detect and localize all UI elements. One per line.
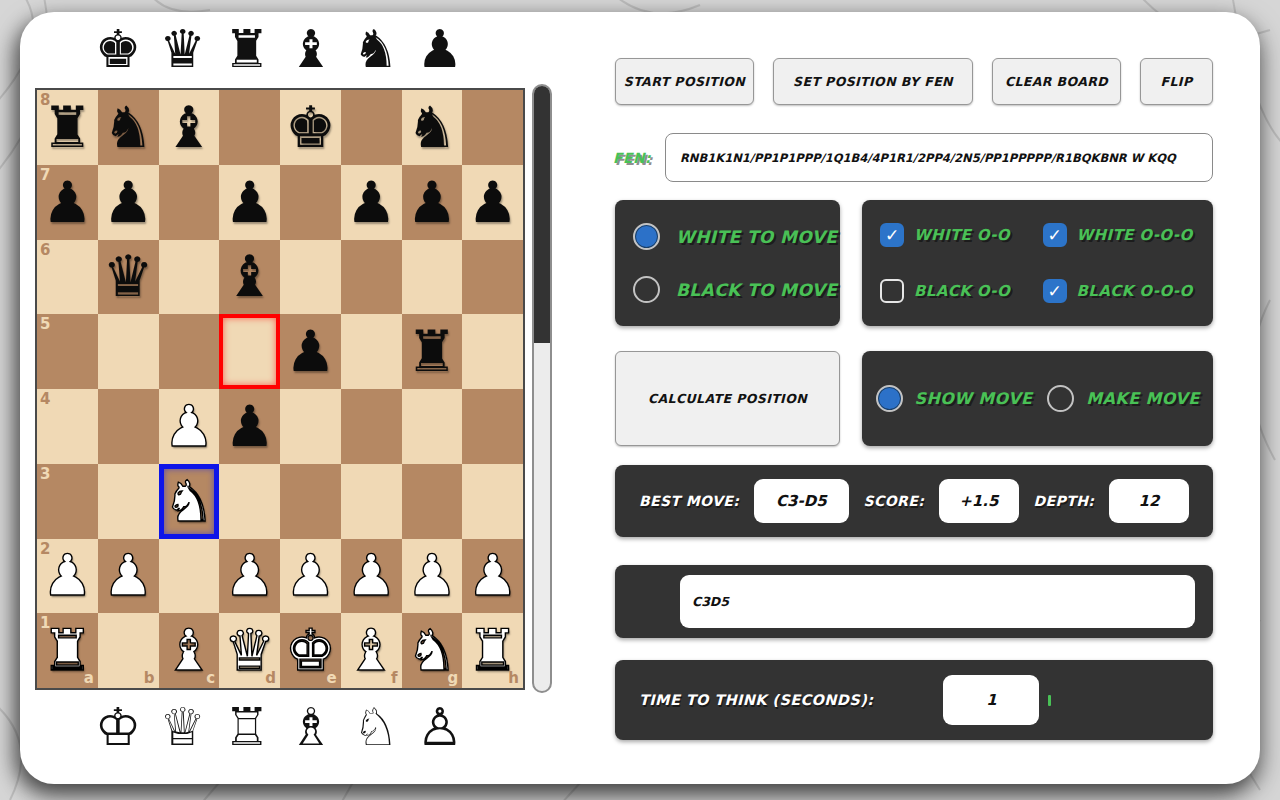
- side-to-move-panel: WHITE TO MOVE BLACK TO MOVE: [615, 200, 840, 326]
- rank-label-3: 3: [40, 465, 50, 483]
- white-king-palette[interactable]: ♔: [95, 697, 142, 757]
- square-b8[interactable]: ♞: [98, 90, 159, 165]
- square-c3[interactable]: ♞: [159, 464, 220, 539]
- file-label-d: d: [265, 669, 276, 687]
- white-pawn[interactable]: ♟︎: [341, 539, 402, 614]
- file-label-f: f: [391, 669, 398, 687]
- square-c5[interactable]: [159, 314, 220, 389]
- file-label-b: b: [144, 669, 155, 687]
- rank-label-5: 5: [40, 315, 50, 333]
- app-card: ♚♛♜♝♞♟︎ 8♜♞♝♚♞7♟︎♟︎♟︎♟︎♟︎♟︎6♛♝5♟︎♜4♟︎♟︎3…: [20, 12, 1260, 784]
- square-b6[interactable]: ♛: [98, 240, 159, 315]
- square-f1[interactable]: f♝: [341, 613, 402, 688]
- start-position-button[interactable]: START POSITION: [615, 58, 754, 105]
- square-e1[interactable]: e♚: [280, 613, 341, 688]
- black-pawn-palette[interactable]: ♟︎: [416, 19, 463, 79]
- square-h8[interactable]: [462, 90, 523, 165]
- time-panel: TIME TO THINK (SECONDS):: [615, 660, 1213, 740]
- white-pawn[interactable]: ♟︎: [98, 539, 159, 614]
- square-e2[interactable]: ♟︎: [280, 539, 341, 614]
- square-d6[interactable]: ♝: [219, 240, 280, 315]
- black-bishop[interactable]: ♝: [219, 240, 280, 315]
- white-pawn-palette[interactable]: ♙: [416, 697, 463, 757]
- fen-row: FEN:: [613, 133, 1213, 182]
- white-kingside-castle-option[interactable]: ✓ WHITE O-O: [880, 223, 1043, 247]
- square-c6[interactable]: [159, 240, 220, 315]
- square-e5[interactable]: ♟︎: [280, 314, 341, 389]
- black-pawn[interactable]: ♟︎: [402, 165, 463, 240]
- square-b2[interactable]: ♟︎: [98, 539, 159, 614]
- square-c1[interactable]: c♝: [159, 613, 220, 688]
- best-move-label: BEST MOVE:: [639, 493, 739, 509]
- check-icon: ✓: [1047, 283, 1061, 300]
- set-position-by-fen-button[interactable]: SET POSITION BY FEN: [773, 58, 973, 105]
- black-kingside-castle-label: BLACK O-O: [914, 282, 1010, 300]
- square-c8[interactable]: ♝: [159, 90, 220, 165]
- black-pawn[interactable]: ♟︎: [462, 165, 523, 240]
- square-a7[interactable]: 7♟︎: [37, 165, 98, 240]
- white-pawn[interactable]: ♟︎: [402, 539, 463, 614]
- green-tick-mark: [1048, 695, 1051, 706]
- black-rook[interactable]: ♜: [402, 314, 463, 389]
- black-bishop-palette[interactable]: ♝: [288, 19, 335, 79]
- black-piece-palette: ♚♛♜♝♞♟︎: [86, 18, 472, 80]
- square-a3[interactable]: 3: [37, 464, 98, 539]
- square-d5[interactable]: [219, 314, 280, 389]
- show-move-label: SHOW MOVE: [915, 389, 1033, 408]
- make-move-radio[interactable]: [1047, 385, 1074, 412]
- square-h3[interactable]: [462, 464, 523, 539]
- fen-label: FEN:: [613, 150, 665, 166]
- white-kingside-castle-checkbox[interactable]: ✓: [880, 223, 904, 247]
- white-kingside-castle-label: WHITE O-O: [914, 226, 1010, 244]
- white-queenside-castle-label: WHITE O-O-O: [1077, 226, 1193, 244]
- square-e7[interactable]: [280, 165, 341, 240]
- square-b4[interactable]: [98, 389, 159, 464]
- square-h4[interactable]: [462, 389, 523, 464]
- rank-label-8: 8: [40, 91, 50, 109]
- file-label-g: g: [448, 669, 459, 687]
- square-a5[interactable]: 5: [37, 314, 98, 389]
- clear-board-button[interactable]: CLEAR BOARD: [992, 58, 1121, 105]
- square-f4[interactable]: [341, 389, 402, 464]
- black-pawn[interactable]: ♟︎: [219, 389, 280, 464]
- black-queenside-castle-option[interactable]: ✓ BLACK O-O-O: [1043, 279, 1206, 303]
- show-move-option[interactable]: SHOW MOVE: [876, 385, 1033, 412]
- square-e4[interactable]: [280, 389, 341, 464]
- square-g8[interactable]: ♞: [402, 90, 463, 165]
- flip-button[interactable]: FLIP: [1140, 58, 1213, 105]
- white-bishop-palette[interactable]: ♗: [288, 697, 335, 757]
- toolbar: START POSITION SET POSITION BY FEN CLEAR…: [615, 58, 1213, 105]
- black-king-palette[interactable]: ♚: [95, 19, 142, 79]
- square-f8[interactable]: [341, 90, 402, 165]
- square-a1[interactable]: 1a♜: [37, 613, 98, 688]
- black-pawn[interactable]: ♟︎: [280, 314, 341, 389]
- best-move-value: C3-D5: [754, 479, 849, 523]
- move-mode-panel: SHOW MOVE MAKE MOVE: [862, 351, 1213, 446]
- rank-label-6: 6: [40, 241, 50, 259]
- check-icon: ✓: [1047, 227, 1061, 244]
- square-b7[interactable]: ♟︎: [98, 165, 159, 240]
- white-pawn[interactable]: ♟︎: [462, 539, 523, 614]
- square-d7[interactable]: ♟︎: [219, 165, 280, 240]
- move-output-panel: [615, 565, 1213, 638]
- black-knight[interactable]: ♞: [402, 90, 463, 165]
- rank-label-4: 4: [40, 390, 50, 408]
- black-rook-palette[interactable]: ♜: [224, 19, 271, 79]
- black-knight-palette[interactable]: ♞: [352, 19, 399, 79]
- square-c7[interactable]: [159, 165, 220, 240]
- black-to-move-radio[interactable]: [633, 276, 660, 303]
- square-f5[interactable]: [341, 314, 402, 389]
- black-pawn[interactable]: ♟︎: [98, 165, 159, 240]
- black-king[interactable]: ♚: [280, 90, 341, 165]
- fen-input[interactable]: [665, 133, 1213, 182]
- square-b3[interactable]: [98, 464, 159, 539]
- square-e6[interactable]: [280, 240, 341, 315]
- square-h7[interactable]: ♟︎: [462, 165, 523, 240]
- score-label: SCORE:: [864, 493, 925, 509]
- white-pawn[interactable]: ♟︎: [159, 389, 220, 464]
- square-g4[interactable]: [402, 389, 463, 464]
- black-pawn[interactable]: ♟︎: [341, 165, 402, 240]
- file-label-e: e: [327, 669, 337, 687]
- black-queenside-castle-checkbox[interactable]: ✓: [1043, 279, 1067, 303]
- move-output-input[interactable]: [680, 575, 1195, 628]
- black-queen-palette[interactable]: ♛: [159, 19, 206, 79]
- square-g3[interactable]: [402, 464, 463, 539]
- black-queenside-castle-label: BLACK O-O-O: [1077, 282, 1193, 300]
- square-f6[interactable]: [341, 240, 402, 315]
- square-h1[interactable]: h♜: [462, 613, 523, 688]
- square-c2[interactable]: [159, 539, 220, 614]
- file-label-a: a: [84, 669, 94, 687]
- black-kingside-castle-checkbox[interactable]: ✓: [880, 279, 904, 303]
- white-to-move-option[interactable]: WHITE TO MOVE: [633, 223, 840, 250]
- castling-panel: ✓ WHITE O-O ✓ WHITE O-O-O ✓ BLACK O-O ✓ …: [862, 200, 1213, 326]
- rank-label-7: 7: [40, 166, 50, 184]
- square-g6[interactable]: [402, 240, 463, 315]
- check-icon: ✓: [885, 227, 899, 244]
- black-bishop[interactable]: ♝: [159, 90, 220, 165]
- square-a2[interactable]: 2♟︎: [37, 539, 98, 614]
- square-g5[interactable]: ♜: [402, 314, 463, 389]
- white-knight[interactable]: ♞: [159, 464, 220, 539]
- square-d4[interactable]: ♟︎: [219, 389, 280, 464]
- square-f2[interactable]: ♟︎: [341, 539, 402, 614]
- white-knight-palette[interactable]: ♘: [352, 697, 399, 757]
- rank-label-2: 2: [40, 540, 50, 558]
- white-queenside-castle-checkbox[interactable]: ✓: [1043, 223, 1067, 247]
- square-h2[interactable]: ♟︎: [462, 539, 523, 614]
- chess-board[interactable]: 8♜♞♝♚♞7♟︎♟︎♟︎♟︎♟︎♟︎6♛♝5♟︎♜4♟︎♟︎3♞2♟︎♟︎♟︎…: [35, 88, 525, 690]
- depth-value: 12: [1109, 479, 1189, 523]
- square-h5[interactable]: [462, 314, 523, 389]
- square-g2[interactable]: ♟︎: [402, 539, 463, 614]
- rank-label-1: 1: [40, 614, 50, 632]
- square-d8[interactable]: [219, 90, 280, 165]
- square-e3[interactable]: [280, 464, 341, 539]
- black-queen[interactable]: ♛: [98, 240, 159, 315]
- square-f7[interactable]: ♟︎: [341, 165, 402, 240]
- square-b1[interactable]: b: [98, 613, 159, 688]
- black-kingside-castle-option[interactable]: ✓ BLACK O-O: [880, 279, 1043, 303]
- square-a8[interactable]: 8♜: [37, 90, 98, 165]
- square-d1[interactable]: d♛: [219, 613, 280, 688]
- black-to-move-label: BLACK TO MOVE: [676, 280, 837, 300]
- white-to-move-label: WHITE TO MOVE: [676, 227, 837, 247]
- square-g1[interactable]: g♞: [402, 613, 463, 688]
- square-h6[interactable]: [462, 240, 523, 315]
- depth-label: DEPTH:: [1034, 493, 1095, 509]
- black-to-move-option[interactable]: BLACK TO MOVE: [633, 276, 840, 303]
- file-label-c: c: [206, 669, 215, 687]
- white-piece-palette: ♔♕♖♗♘♙: [86, 696, 472, 758]
- analysis-panel: BEST MOVE: C3-D5 SCORE: +1.5 DEPTH: 12: [615, 465, 1213, 537]
- black-knight[interactable]: ♞: [98, 90, 159, 165]
- file-label-h: h: [508, 669, 519, 687]
- white-pawn[interactable]: ♟︎: [219, 539, 280, 614]
- eval-bar: [532, 84, 552, 693]
- time-to-think-input[interactable]: [943, 675, 1039, 725]
- white-rook-palette[interactable]: ♖: [224, 697, 271, 757]
- eval-bar-black-portion: [534, 86, 550, 343]
- square-g7[interactable]: ♟︎: [402, 165, 463, 240]
- calculate-position-button[interactable]: CALCULATE POSITION: [615, 351, 840, 446]
- white-queenside-castle-option[interactable]: ✓ WHITE O-O-O: [1043, 223, 1206, 247]
- square-d2[interactable]: ♟︎: [219, 539, 280, 614]
- square-a4[interactable]: 4: [37, 389, 98, 464]
- white-pawn[interactable]: ♟︎: [280, 539, 341, 614]
- square-b5[interactable]: [98, 314, 159, 389]
- white-queen-palette[interactable]: ♕: [159, 697, 206, 757]
- make-move-label: MAKE MOVE: [1086, 389, 1199, 408]
- white-to-move-radio[interactable]: [633, 223, 660, 250]
- score-value: +1.5: [939, 479, 1019, 523]
- black-pawn[interactable]: ♟︎: [219, 165, 280, 240]
- time-to-think-label: TIME TO THINK (SECONDS):: [639, 692, 873, 708]
- square-d3[interactable]: [219, 464, 280, 539]
- square-e8[interactable]: ♚: [280, 90, 341, 165]
- square-c4[interactable]: ♟︎: [159, 389, 220, 464]
- show-move-radio[interactable]: [876, 385, 903, 412]
- square-f3[interactable]: [341, 464, 402, 539]
- make-move-option[interactable]: MAKE MOVE: [1047, 385, 1199, 412]
- square-a6[interactable]: 6: [37, 240, 98, 315]
